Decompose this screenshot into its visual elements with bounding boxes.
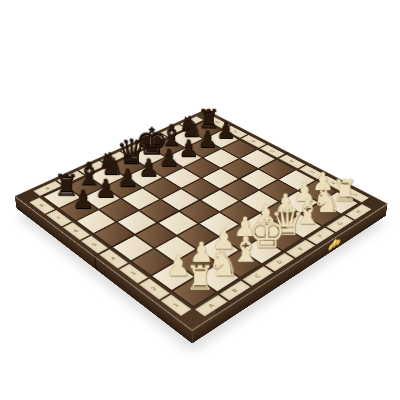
piece-dark-pawn-a7[interactable]: ♟ bbox=[58, 187, 109, 213]
piece-white-rook-a1[interactable]: ♜ bbox=[171, 262, 229, 296]
chess-set-photo: ABCDEFGH ABCDEFGH 87654321 87654321 ♜♝♞♛… bbox=[0, 0, 400, 400]
fold-seam-edge bbox=[94, 257, 96, 271]
chess-board: ABCDEFGH ABCDEFGH 87654321 87654321 ♜♝♞♛… bbox=[15, 109, 388, 330]
squares-grid: ♜♝♞♛♚♝♞♜♟♟♟♟♟♟♟♟♟♟♟♟♟♟♟♟♜♞♝♚♛♝♞♜ bbox=[41, 121, 360, 309]
square-d4[interactable] bbox=[181, 201, 218, 223]
square-e4[interactable] bbox=[201, 190, 238, 211]
